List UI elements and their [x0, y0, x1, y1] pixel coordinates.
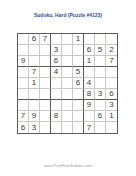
cell-r4c2: 7 [29, 67, 40, 78]
cell-r2c9: 2 [106, 45, 117, 56]
cell-r5c4 [51, 78, 62, 89]
cell-r2c2 [29, 45, 40, 56]
cell-r5c3 [40, 78, 51, 89]
cell-r7c1 [18, 100, 29, 111]
cell-r7c9: 3 [106, 100, 117, 111]
cell-r3c2 [29, 56, 40, 67]
cell-r1c6: 1 [73, 34, 84, 45]
cell-r1c3: 7 [40, 34, 51, 45]
cell-r6c3 [40, 89, 51, 100]
cell-r3c3 [40, 56, 51, 67]
cell-r3c4: 6 [51, 56, 62, 67]
cell-r3c7: 1 [84, 56, 95, 67]
cell-r9c9 [106, 122, 117, 133]
cell-r3c1: 9 [18, 56, 29, 67]
cell-r9c5 [62, 122, 73, 133]
cell-r4c8 [95, 67, 106, 78]
cell-r4c4: 4 [51, 67, 62, 78]
cell-r7c3 [40, 100, 51, 111]
cell-r2c1 [18, 45, 29, 56]
cell-r6c2 [29, 89, 40, 100]
sudoku-board: 671365296177451648369379861637 [17, 33, 118, 134]
cell-r2c8: 5 [95, 45, 106, 56]
cell-r8c8: 6 [95, 111, 106, 122]
cell-r2c6 [73, 45, 84, 56]
cell-r3c9: 7 [106, 56, 117, 67]
cell-r7c5 [62, 100, 73, 111]
cell-r6c6 [73, 89, 84, 100]
cell-r4c9 [106, 67, 117, 78]
cell-r8c9: 1 [106, 111, 117, 122]
cell-r8c6 [73, 111, 84, 122]
cell-r6c8: 3 [95, 89, 106, 100]
cell-r8c3 [40, 111, 51, 122]
cell-r5c9 [106, 78, 117, 89]
cell-r9c6 [73, 122, 84, 133]
cell-r4c7 [84, 67, 95, 78]
cell-r1c4 [51, 34, 62, 45]
cell-r2c7: 6 [84, 45, 95, 56]
cell-r9c4 [51, 122, 62, 133]
cell-r4c6: 5 [73, 67, 84, 78]
cell-r1c7 [84, 34, 95, 45]
cell-r5c7: 4 [84, 78, 95, 89]
cell-r9c7: 7 [84, 122, 95, 133]
cell-r6c9: 6 [106, 89, 117, 100]
cell-r1c1 [18, 34, 29, 45]
cell-r8c4: 8 [51, 111, 62, 122]
cell-r6c5 [62, 89, 73, 100]
cell-r6c7: 8 [84, 89, 95, 100]
cell-r9c1: 6 [18, 122, 29, 133]
cell-r1c2: 6 [29, 34, 40, 45]
cell-r6c1 [18, 89, 29, 100]
cell-r4c5 [62, 67, 73, 78]
cell-r1c8 [95, 34, 106, 45]
cell-r8c2: 9 [29, 111, 40, 122]
cell-r4c3 [40, 67, 51, 78]
cell-r8c7 [84, 111, 95, 122]
cell-r3c8 [95, 56, 106, 67]
cell-r8c5 [62, 111, 73, 122]
cell-r7c8 [95, 100, 106, 111]
footer-url: www.PrintFreeSudoku.com [0, 163, 136, 168]
cell-r2c4: 3 [51, 45, 62, 56]
cell-r2c3 [40, 45, 51, 56]
cell-r3c6 [73, 56, 84, 67]
cell-r7c4 [51, 100, 62, 111]
cell-r5c1 [18, 78, 29, 89]
cell-r1c9 [106, 34, 117, 45]
cell-r5c2: 1 [29, 78, 40, 89]
cell-r9c3 [40, 122, 51, 133]
page-title: Sudoku, Hard (Puzzle #4123) [0, 12, 136, 18]
cell-r5c6: 6 [73, 78, 84, 89]
cell-r2c5 [62, 45, 73, 56]
cell-r4c1 [18, 67, 29, 78]
cell-r6c4 [51, 89, 62, 100]
cell-r7c2 [29, 100, 40, 111]
cell-r3c5 [62, 56, 73, 67]
cell-r5c5 [62, 78, 73, 89]
cell-r1c5 [62, 34, 73, 45]
cell-r7c6 [73, 100, 84, 111]
cell-r9c8 [95, 122, 106, 133]
cell-r5c8 [95, 78, 106, 89]
cell-r7c7: 9 [84, 100, 95, 111]
cell-r8c1: 7 [18, 111, 29, 122]
cell-r9c2: 3 [29, 122, 40, 133]
